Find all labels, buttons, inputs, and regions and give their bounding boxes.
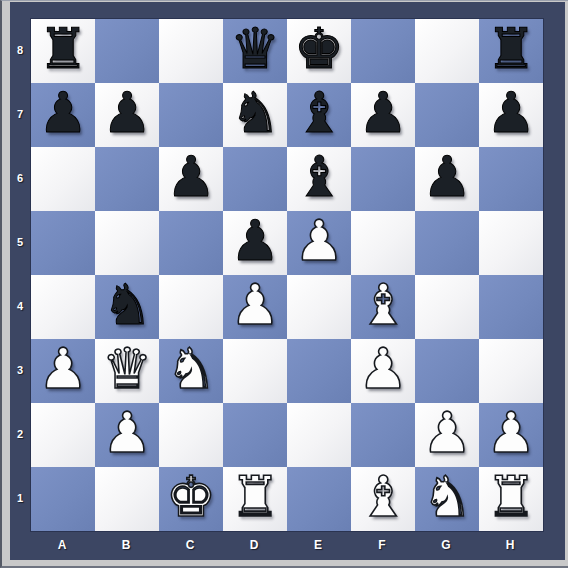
square-f2[interactable] xyxy=(351,403,415,467)
rank-label-8: 8 xyxy=(10,18,30,82)
square-f7[interactable]: ♟ xyxy=(351,83,415,147)
piece-black-bishop[interactable]: ♝ xyxy=(294,81,344,145)
chess-app-window: 87654321 ♜♛♚♜♟♟♞♝♟♟♟♝♟♟♟♞♟♝♟♛♞♟♟♟♟♚♜♝♞♜ … xyxy=(0,0,568,568)
piece-black-pawn[interactable]: ♟ xyxy=(38,81,88,145)
piece-black-pawn[interactable]: ♟ xyxy=(486,81,536,145)
square-c5[interactable] xyxy=(159,211,223,275)
square-g8[interactable] xyxy=(415,19,479,83)
piece-white-pawn[interactable]: ♟ xyxy=(358,337,408,401)
square-d4[interactable]: ♟ xyxy=(223,275,287,339)
square-b8[interactable] xyxy=(95,19,159,83)
square-b1[interactable] xyxy=(95,467,159,531)
square-f6[interactable] xyxy=(351,147,415,211)
square-a2[interactable] xyxy=(31,403,95,467)
square-a4[interactable] xyxy=(31,275,95,339)
square-d3[interactable] xyxy=(223,339,287,403)
square-e1[interactable] xyxy=(287,467,351,531)
square-f8[interactable] xyxy=(351,19,415,83)
piece-black-pawn[interactable]: ♟ xyxy=(422,145,472,209)
file-label-h: H xyxy=(478,536,542,554)
piece-black-pawn[interactable]: ♟ xyxy=(230,209,280,273)
square-d1[interactable]: ♜ xyxy=(223,467,287,531)
square-c3[interactable]: ♞ xyxy=(159,339,223,403)
square-h8[interactable]: ♜ xyxy=(479,19,543,83)
rank-label-2: 2 xyxy=(10,402,30,466)
piece-white-knight[interactable]: ♞ xyxy=(422,465,472,529)
piece-black-king[interactable]: ♚ xyxy=(294,17,344,81)
square-g7[interactable] xyxy=(415,83,479,147)
square-e6[interactable]: ♝ xyxy=(287,147,351,211)
file-label-f: F xyxy=(350,536,414,554)
rank-label-3: 3 xyxy=(10,338,30,402)
square-g1[interactable]: ♞ xyxy=(415,467,479,531)
rank-label-6: 6 xyxy=(10,146,30,210)
piece-white-bishop[interactable]: ♝ xyxy=(358,273,408,337)
square-g4[interactable] xyxy=(415,275,479,339)
piece-white-pawn[interactable]: ♟ xyxy=(102,401,152,465)
piece-white-pawn[interactable]: ♟ xyxy=(38,337,88,401)
rank-label-5: 5 xyxy=(10,210,30,274)
square-f1[interactable]: ♝ xyxy=(351,467,415,531)
square-b2[interactable]: ♟ xyxy=(95,403,159,467)
square-a6[interactable] xyxy=(31,147,95,211)
square-f5[interactable] xyxy=(351,211,415,275)
piece-white-bishop[interactable]: ♝ xyxy=(358,465,408,529)
square-a5[interactable] xyxy=(31,211,95,275)
rank-label-4: 4 xyxy=(10,274,30,338)
piece-white-rook[interactable]: ♜ xyxy=(230,465,280,529)
file-label-b: B xyxy=(94,536,158,554)
square-h1[interactable]: ♜ xyxy=(479,467,543,531)
square-e4[interactable] xyxy=(287,275,351,339)
square-d5[interactable]: ♟ xyxy=(223,211,287,275)
square-a1[interactable] xyxy=(31,467,95,531)
square-a3[interactable]: ♟ xyxy=(31,339,95,403)
piece-white-pawn[interactable]: ♟ xyxy=(422,401,472,465)
file-label-a: A xyxy=(30,536,94,554)
square-b5[interactable] xyxy=(95,211,159,275)
piece-black-knight[interactable]: ♞ xyxy=(230,81,280,145)
piece-white-king[interactable]: ♚ xyxy=(166,465,216,529)
piece-white-queen[interactable]: ♛ xyxy=(102,337,152,401)
square-e3[interactable] xyxy=(287,339,351,403)
square-g3[interactable] xyxy=(415,339,479,403)
piece-black-rook[interactable]: ♜ xyxy=(486,17,536,81)
square-c4[interactable] xyxy=(159,275,223,339)
square-h5[interactable] xyxy=(479,211,543,275)
square-e7[interactable]: ♝ xyxy=(287,83,351,147)
board-panel: 87654321 ♜♛♚♜♟♟♞♝♟♟♟♝♟♟♟♞♟♝♟♛♞♟♟♟♟♚♜♝♞♜ … xyxy=(10,2,565,560)
piece-black-bishop[interactable]: ♝ xyxy=(294,145,344,209)
piece-white-rook[interactable]: ♜ xyxy=(486,465,536,529)
square-h3[interactable] xyxy=(479,339,543,403)
square-c6[interactable]: ♟ xyxy=(159,147,223,211)
square-d8[interactable]: ♛ xyxy=(223,19,287,83)
rank-label-1: 1 xyxy=(10,466,30,530)
square-d7[interactable]: ♞ xyxy=(223,83,287,147)
piece-white-pawn[interactable]: ♟ xyxy=(294,209,344,273)
square-h2[interactable]: ♟ xyxy=(479,403,543,467)
file-label-g: G xyxy=(414,536,478,554)
piece-black-pawn[interactable]: ♟ xyxy=(358,81,408,145)
square-f3[interactable]: ♟ xyxy=(351,339,415,403)
square-g2[interactable]: ♟ xyxy=(415,403,479,467)
square-c7[interactable] xyxy=(159,83,223,147)
piece-white-knight[interactable]: ♞ xyxy=(166,337,216,401)
piece-white-pawn[interactable]: ♟ xyxy=(230,273,280,337)
piece-black-pawn[interactable]: ♟ xyxy=(102,81,152,145)
piece-white-pawn[interactable]: ♟ xyxy=(486,401,536,465)
square-e5[interactable]: ♟ xyxy=(287,211,351,275)
rank-labels: 87654321 xyxy=(10,18,30,530)
square-c2[interactable] xyxy=(159,403,223,467)
square-c8[interactable] xyxy=(159,19,223,83)
piece-black-rook[interactable]: ♜ xyxy=(38,17,88,81)
square-b3[interactable]: ♛ xyxy=(95,339,159,403)
square-h4[interactable] xyxy=(479,275,543,339)
square-e2[interactable] xyxy=(287,403,351,467)
square-b7[interactable]: ♟ xyxy=(95,83,159,147)
file-label-c: C xyxy=(158,536,222,554)
square-e8[interactable]: ♚ xyxy=(287,19,351,83)
square-c1[interactable]: ♚ xyxy=(159,467,223,531)
square-a7[interactable]: ♟ xyxy=(31,83,95,147)
piece-black-knight[interactable]: ♞ xyxy=(102,273,152,337)
square-g5[interactable] xyxy=(415,211,479,275)
file-label-d: D xyxy=(222,536,286,554)
file-label-e: E xyxy=(286,536,350,554)
square-a8[interactable]: ♜ xyxy=(31,19,95,83)
square-f4[interactable]: ♝ xyxy=(351,275,415,339)
rank-label-7: 7 xyxy=(10,82,30,146)
square-h7[interactable]: ♟ xyxy=(479,83,543,147)
square-h6[interactable] xyxy=(479,147,543,211)
file-labels: ABCDEFGH xyxy=(30,536,542,554)
square-d6[interactable] xyxy=(223,147,287,211)
piece-black-pawn[interactable]: ♟ xyxy=(166,145,216,209)
piece-black-queen[interactable]: ♛ xyxy=(230,17,280,81)
square-b6[interactable] xyxy=(95,147,159,211)
square-b4[interactable]: ♞ xyxy=(95,275,159,339)
chess-board[interactable]: ♜♛♚♜♟♟♞♝♟♟♟♝♟♟♟♞♟♝♟♛♞♟♟♟♟♚♜♝♞♜ xyxy=(30,18,544,532)
square-g6[interactable]: ♟ xyxy=(415,147,479,211)
square-d2[interactable] xyxy=(223,403,287,467)
